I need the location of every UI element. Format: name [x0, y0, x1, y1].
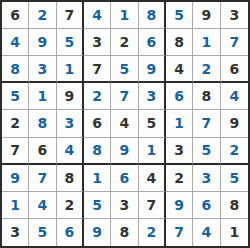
sudoku-cell-r5c4[interactable]: 6	[84, 110, 111, 137]
sudoku-cell-r9c5[interactable]: 8	[111, 219, 138, 246]
sudoku-cell-r3c7[interactable]: 4	[166, 56, 193, 83]
sudoku-cell-r1c3[interactable]: 7	[57, 2, 84, 29]
sudoku-cell-r3c8[interactable]: 2	[193, 56, 220, 83]
sudoku-cell-r6c6[interactable]: 1	[139, 138, 166, 165]
sudoku-cell-r2c8[interactable]: 1	[193, 29, 220, 56]
sudoku-cell-r9c6[interactable]: 2	[139, 219, 166, 246]
sudoku-cell-r6c2[interactable]: 6	[29, 138, 56, 165]
sudoku-cell-r8c9[interactable]: 8	[221, 192, 248, 219]
sudoku-cell-r4c7[interactable]: 6	[166, 83, 193, 110]
sudoku-cell-r9c8[interactable]: 4	[193, 219, 220, 246]
sudoku-cell-r1c6[interactable]: 8	[139, 2, 166, 29]
sudoku-cell-r9c7[interactable]: 7	[166, 219, 193, 246]
sudoku-cell-r5c8[interactable]: 7	[193, 110, 220, 137]
sudoku-cell-r6c1[interactable]: 7	[2, 138, 29, 165]
sudoku-cell-r6c3[interactable]: 4	[57, 138, 84, 165]
sudoku-cell-r1c5[interactable]: 1	[111, 2, 138, 29]
sudoku-cell-r1c1[interactable]: 6	[2, 2, 29, 29]
sudoku-cell-r5c3[interactable]: 3	[57, 110, 84, 137]
sudoku-cell-r4c3[interactable]: 9	[57, 83, 84, 110]
sudoku-cell-r1c2[interactable]: 2	[29, 2, 56, 29]
sudoku-cell-r8c4[interactable]: 5	[84, 192, 111, 219]
sudoku-cell-r5c1[interactable]: 2	[2, 110, 29, 137]
sudoku-cell-r6c4[interactable]: 8	[84, 138, 111, 165]
sudoku-cell-r4c4[interactable]: 2	[84, 83, 111, 110]
sudoku-cell-r8c2[interactable]: 4	[29, 192, 56, 219]
sudoku-cell-r3c5[interactable]: 5	[111, 56, 138, 83]
sudoku-cell-r2c3[interactable]: 5	[57, 29, 84, 56]
sudoku-cell-r7c2[interactable]: 7	[29, 165, 56, 192]
sudoku-cell-r3c9[interactable]: 6	[221, 56, 248, 83]
sudoku-cell-r2c2[interactable]: 9	[29, 29, 56, 56]
sudoku-cell-r7c7[interactable]: 2	[166, 165, 193, 192]
sudoku-cell-r8c3[interactable]: 2	[57, 192, 84, 219]
sudoku-cell-r5c7[interactable]: 1	[166, 110, 193, 137]
sudoku-cell-r4c9[interactable]: 4	[221, 83, 248, 110]
sudoku-cell-r9c9[interactable]: 1	[221, 219, 248, 246]
sudoku-cell-r3c2[interactable]: 3	[29, 56, 56, 83]
sudoku-cell-r4c5[interactable]: 7	[111, 83, 138, 110]
sudoku-cell-r2c1[interactable]: 4	[2, 29, 29, 56]
sudoku-board: 6274185934953268178317594265192736842836…	[0, 0, 250, 248]
sudoku-cell-r1c9[interactable]: 3	[221, 2, 248, 29]
sudoku-cell-r7c5[interactable]: 6	[111, 165, 138, 192]
sudoku-cell-r6c8[interactable]: 5	[193, 138, 220, 165]
sudoku-cell-r7c8[interactable]: 3	[193, 165, 220, 192]
sudoku-cell-r4c1[interactable]: 5	[2, 83, 29, 110]
sudoku-cell-r9c2[interactable]: 5	[29, 219, 56, 246]
sudoku-cell-r7c4[interactable]: 1	[84, 165, 111, 192]
sudoku-cell-r1c8[interactable]: 9	[193, 2, 220, 29]
sudoku-cell-r7c3[interactable]: 8	[57, 165, 84, 192]
sudoku-cell-r3c6[interactable]: 9	[139, 56, 166, 83]
sudoku-cell-r4c6[interactable]: 3	[139, 83, 166, 110]
sudoku-cell-r7c6[interactable]: 4	[139, 165, 166, 192]
sudoku-cell-r2c9[interactable]: 7	[221, 29, 248, 56]
sudoku-cell-r9c1[interactable]: 3	[2, 219, 29, 246]
sudoku-cell-r2c5[interactable]: 2	[111, 29, 138, 56]
sudoku-cell-r8c7[interactable]: 9	[166, 192, 193, 219]
sudoku-cell-r5c2[interactable]: 8	[29, 110, 56, 137]
sudoku-cell-r6c7[interactable]: 3	[166, 138, 193, 165]
sudoku-cell-r9c3[interactable]: 6	[57, 219, 84, 246]
sudoku-cell-r7c9[interactable]: 5	[221, 165, 248, 192]
sudoku-cell-r2c4[interactable]: 3	[84, 29, 111, 56]
sudoku-cell-r8c5[interactable]: 3	[111, 192, 138, 219]
sudoku-cell-r5c6[interactable]: 5	[139, 110, 166, 137]
sudoku-cell-r5c9[interactable]: 9	[221, 110, 248, 137]
sudoku-cell-r8c8[interactable]: 6	[193, 192, 220, 219]
sudoku-cell-r1c7[interactable]: 5	[166, 2, 193, 29]
sudoku-cell-r9c4[interactable]: 9	[84, 219, 111, 246]
sudoku-cell-r3c3[interactable]: 1	[57, 56, 84, 83]
sudoku-cell-r5c5[interactable]: 4	[111, 110, 138, 137]
sudoku-cell-r1c4[interactable]: 4	[84, 2, 111, 29]
sudoku-cell-r3c4[interactable]: 7	[84, 56, 111, 83]
sudoku-cell-r7c1[interactable]: 9	[2, 165, 29, 192]
sudoku-cell-r2c6[interactable]: 6	[139, 29, 166, 56]
sudoku-cell-r3c1[interactable]: 8	[2, 56, 29, 83]
sudoku-cell-r6c5[interactable]: 9	[111, 138, 138, 165]
sudoku-cell-r4c8[interactable]: 8	[193, 83, 220, 110]
sudoku-cell-r8c1[interactable]: 1	[2, 192, 29, 219]
sudoku-cell-r2c7[interactable]: 8	[166, 29, 193, 56]
sudoku-cell-r8c6[interactable]: 7	[139, 192, 166, 219]
sudoku-cell-r6c9[interactable]: 2	[221, 138, 248, 165]
sudoku-cell-r4c2[interactable]: 1	[29, 83, 56, 110]
